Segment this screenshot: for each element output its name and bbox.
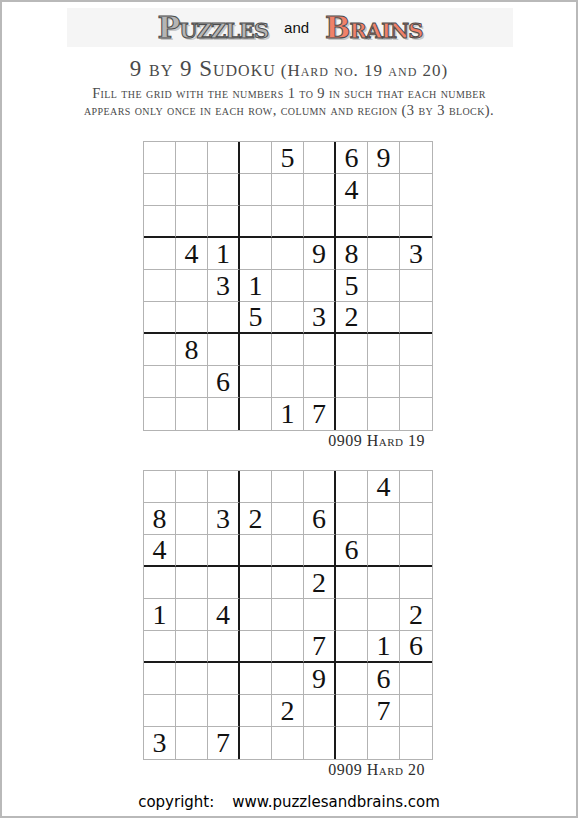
logo-puzzles-text: Puzzles [158, 13, 268, 43]
sudoku-cell-r2c3: 3 [208, 503, 240, 535]
sudoku-cell-r7c2 [176, 663, 208, 695]
sudoku-cell-r5c6 [304, 270, 336, 302]
puzzle-label-hard-20: 0909 Hard 20 [143, 761, 425, 779]
sudoku-cell-r9c7 [336, 398, 368, 430]
sudoku-cell-r1c2 [176, 471, 208, 503]
sudoku-cell-r8c6 [304, 695, 336, 727]
logo-and-text: and [282, 19, 311, 36]
sudoku-cell-r3c7: 6 [336, 535, 368, 567]
sudoku-cell-r6c8: 1 [368, 631, 400, 663]
sudoku-cell-r1c3 [208, 471, 240, 503]
sudoku-cell-r2c5 [272, 503, 304, 535]
sudoku-cell-r3c8 [368, 535, 400, 567]
sudoku-cell-r6c1 [144, 631, 176, 663]
sudoku-cell-r9c3: 7 [208, 727, 240, 759]
logo-banner: Puzzles and Brains [67, 8, 513, 47]
sudoku-cell-r1c8: 9 [368, 142, 400, 174]
sudoku-grid-hard-20: 48326462142716962737 [143, 470, 433, 760]
sudoku-cell-r3c7 [336, 206, 368, 238]
sudoku-cell-r9c8 [368, 398, 400, 430]
sudoku-cell-r6c5 [272, 631, 304, 663]
sudoku-cell-r2c7 [336, 503, 368, 535]
sudoku-cell-r6c9: 6 [400, 631, 432, 663]
logo-brains-text: Brains [325, 13, 422, 43]
sudoku-cell-r7c3 [208, 663, 240, 695]
sudoku-cell-r2c5 [272, 174, 304, 206]
sudoku-cell-r7c1 [144, 663, 176, 695]
sudoku-cell-r9c4 [240, 398, 272, 430]
sudoku-cell-r5c1 [144, 270, 176, 302]
sudoku-cell-r4c5 [272, 567, 304, 599]
sudoku-cell-r9c8 [368, 727, 400, 759]
sudoku-cell-r6c7 [336, 631, 368, 663]
sudoku-cell-r3c2 [176, 206, 208, 238]
sudoku-cell-r8c4 [240, 695, 272, 727]
sudoku-cell-r2c9 [400, 174, 432, 206]
sudoku-cell-r5c7: 5 [336, 270, 368, 302]
sudoku-cell-r2c9 [400, 503, 432, 535]
sudoku-cell-r2c8 [368, 503, 400, 535]
sudoku-cell-r3c1 [144, 206, 176, 238]
sudoku-cell-r9c2 [176, 727, 208, 759]
sudoku-cell-r1c4 [240, 142, 272, 174]
sudoku-cell-r8c2 [176, 695, 208, 727]
sudoku-cell-r4c2: 4 [176, 238, 208, 270]
sudoku-cell-r2c4: 2 [240, 503, 272, 535]
sudoku-cell-r1c4 [240, 471, 272, 503]
sudoku-cell-r8c9 [400, 695, 432, 727]
sudoku-cell-r8c3: 6 [208, 366, 240, 398]
sudoku-cell-r8c9 [400, 366, 432, 398]
sudoku-cell-r8c6 [304, 366, 336, 398]
sudoku-cell-r3c5 [272, 206, 304, 238]
instruction-line-1: Fill the grid with the numbers 1 to 9 in… [2, 85, 576, 102]
sudoku-cell-r9c1: 3 [144, 727, 176, 759]
sudoku-cell-r5c9: 2 [400, 599, 432, 631]
sudoku-cell-r1c9 [400, 142, 432, 174]
sudoku-cell-r1c2 [176, 142, 208, 174]
sudoku-cell-r7c4 [240, 663, 272, 695]
sudoku-cell-r4c8 [368, 238, 400, 270]
sudoku-grid-hard-19: 5694419833155328617 [143, 141, 433, 431]
sudoku-cell-r9c3 [208, 398, 240, 430]
sudoku-cell-r3c3 [208, 206, 240, 238]
sudoku-cell-r9c7 [336, 727, 368, 759]
sudoku-cell-r7c8 [368, 334, 400, 366]
sudoku-cell-r3c6 [304, 206, 336, 238]
sudoku-cell-r7c3 [208, 334, 240, 366]
sudoku-cell-r8c8 [368, 366, 400, 398]
sudoku-cell-r9c6: 7 [304, 398, 336, 430]
sudoku-cell-r3c8 [368, 206, 400, 238]
sudoku-cell-r9c5 [272, 727, 304, 759]
sudoku-cell-r9c5: 1 [272, 398, 304, 430]
sudoku-cell-r8c8: 7 [368, 695, 400, 727]
sudoku-cell-r5c3: 3 [208, 270, 240, 302]
sudoku-cell-r5c2 [176, 599, 208, 631]
sudoku-cell-r3c2 [176, 535, 208, 567]
sudoku-cell-r5c8 [368, 270, 400, 302]
sudoku-cell-r4c9: 3 [400, 238, 432, 270]
sudoku-cell-r6c7: 2 [336, 302, 368, 334]
sudoku-cell-r6c9 [400, 302, 432, 334]
instructions: Fill the grid with the numbers 1 to 9 in… [2, 85, 576, 119]
sudoku-cell-r7c5 [272, 663, 304, 695]
sudoku-cell-r7c6 [304, 334, 336, 366]
sudoku-cell-r4c1 [144, 567, 176, 599]
sudoku-cell-r7c9 [400, 334, 432, 366]
sudoku-cell-r2c1 [144, 174, 176, 206]
page-title-suffix: (Hard no. 19 and 20) [281, 61, 449, 80]
sudoku-cell-r1c8: 4 [368, 471, 400, 503]
sudoku-cell-r7c9 [400, 663, 432, 695]
sudoku-cell-r8c5: 2 [272, 695, 304, 727]
sudoku-cell-r8c7 [336, 695, 368, 727]
sudoku-cell-r3c1: 4 [144, 535, 176, 567]
sudoku-cell-r2c8 [368, 174, 400, 206]
sudoku-cell-r7c7 [336, 663, 368, 695]
sudoku-cell-r8c2 [176, 366, 208, 398]
sudoku-cell-r6c6: 3 [304, 302, 336, 334]
sudoku-cell-r2c3 [208, 174, 240, 206]
sudoku-cell-r6c3 [208, 302, 240, 334]
sudoku-cell-r4c4 [240, 567, 272, 599]
sudoku-cell-r1c5 [272, 471, 304, 503]
sudoku-cell-r2c1: 8 [144, 503, 176, 535]
sudoku-cell-r2c6 [304, 174, 336, 206]
sudoku-cell-r8c4 [240, 366, 272, 398]
sudoku-cell-r7c5 [272, 334, 304, 366]
sudoku-cell-r4c3 [208, 567, 240, 599]
sudoku-cell-r9c2 [176, 398, 208, 430]
sudoku-cell-r7c1 [144, 334, 176, 366]
sudoku-cell-r8c1 [144, 366, 176, 398]
worksheet-page: Puzzles and Brains 9 by 9 Sudoku (Hard n… [0, 0, 578, 818]
sudoku-cell-r9c9 [400, 727, 432, 759]
sudoku-cell-r9c6 [304, 727, 336, 759]
sudoku-cell-r5c5 [272, 599, 304, 631]
footer: copyright: www.puzzlesandbrains.com [2, 793, 576, 811]
sudoku-cell-r5c5 [272, 270, 304, 302]
sudoku-cell-r6c2 [176, 302, 208, 334]
sudoku-cell-r2c7: 4 [336, 174, 368, 206]
sudoku-cell-r6c4: 5 [240, 302, 272, 334]
sudoku-cell-r3c9 [400, 535, 432, 567]
sudoku-cell-r1c6 [304, 471, 336, 503]
sudoku-cell-r6c3 [208, 631, 240, 663]
sudoku-cell-r3c4 [240, 206, 272, 238]
sudoku-cell-r1c3 [208, 142, 240, 174]
sudoku-cell-r5c2 [176, 270, 208, 302]
sudoku-cell-r4c7: 8 [336, 238, 368, 270]
sudoku-cell-r5c6 [304, 599, 336, 631]
sudoku-cell-r4c6: 2 [304, 567, 336, 599]
sudoku-cell-r8c5 [272, 366, 304, 398]
puzzle-label-hard-19: 0909 Hard 19 [143, 432, 425, 450]
sudoku-cell-r7c7 [336, 334, 368, 366]
sudoku-cell-r4c4 [240, 238, 272, 270]
sudoku-cell-r6c5 [272, 302, 304, 334]
sudoku-cell-r9c1 [144, 398, 176, 430]
instruction-line-2: appears only once in each row, column an… [2, 102, 576, 119]
sudoku-cell-r1c6 [304, 142, 336, 174]
sudoku-cell-r7c4 [240, 334, 272, 366]
sudoku-cell-r5c4: 1 [240, 270, 272, 302]
sudoku-cell-r4c6: 9 [304, 238, 336, 270]
sudoku-cell-r8c3 [208, 695, 240, 727]
sudoku-cell-r3c3 [208, 535, 240, 567]
sudoku-cell-r1c1 [144, 471, 176, 503]
sudoku-cell-r4c1 [144, 238, 176, 270]
sudoku-cell-r4c7 [336, 567, 368, 599]
sudoku-cell-r4c8 [368, 567, 400, 599]
sudoku-cell-r2c6: 6 [304, 503, 336, 535]
page-title-main: 9 by 9 Sudoku [130, 56, 276, 81]
sudoku-cell-r3c6 [304, 535, 336, 567]
sudoku-cell-r3c4 [240, 535, 272, 567]
sudoku-cell-r4c9 [400, 567, 432, 599]
sudoku-cell-r6c2 [176, 631, 208, 663]
sudoku-cell-r6c1 [144, 302, 176, 334]
sudoku-cell-r9c4 [240, 727, 272, 759]
sudoku-cell-r5c3: 4 [208, 599, 240, 631]
sudoku-cell-r5c9 [400, 270, 432, 302]
sudoku-cell-r7c6: 9 [304, 663, 336, 695]
sudoku-cell-r1c5: 5 [272, 142, 304, 174]
sudoku-cell-r2c2 [176, 174, 208, 206]
sudoku-cell-r4c2 [176, 567, 208, 599]
sudoku-cell-r5c4 [240, 599, 272, 631]
sudoku-cell-r3c9 [400, 206, 432, 238]
sudoku-cell-r2c2 [176, 503, 208, 535]
sudoku-cell-r4c3: 1 [208, 238, 240, 270]
sudoku-cell-r8c1 [144, 695, 176, 727]
sudoku-cell-r1c1 [144, 142, 176, 174]
page-title: 9 by 9 Sudoku (Hard no. 19 and 20) [2, 56, 576, 82]
sudoku-cell-r9c9 [400, 398, 432, 430]
sudoku-cell-r5c8 [368, 599, 400, 631]
sudoku-cell-r6c6: 7 [304, 631, 336, 663]
sudoku-cell-r1c7 [336, 471, 368, 503]
sudoku-cell-r5c1: 1 [144, 599, 176, 631]
copyright-label: copyright: [138, 793, 214, 811]
sudoku-cell-r6c8 [368, 302, 400, 334]
sudoku-cell-r1c7: 6 [336, 142, 368, 174]
sudoku-cell-r4c5 [272, 238, 304, 270]
sudoku-cell-r5c7 [336, 599, 368, 631]
website-url: www.puzzlesandbrains.com [232, 793, 440, 811]
sudoku-cell-r3c5 [272, 535, 304, 567]
sudoku-cell-r8c7 [336, 366, 368, 398]
sudoku-cell-r7c8: 6 [368, 663, 400, 695]
sudoku-cell-r2c4 [240, 174, 272, 206]
sudoku-cell-r6c4 [240, 631, 272, 663]
sudoku-cell-r1c9 [400, 471, 432, 503]
sudoku-cell-r7c2: 8 [176, 334, 208, 366]
